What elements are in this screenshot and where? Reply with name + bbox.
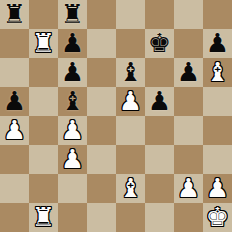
white-pawn: ♟ [3,117,26,143]
square-d2[interactable] [87,174,116,203]
square-h6[interactable]: ♝ [203,58,232,87]
square-d6[interactable] [87,58,116,87]
square-g7[interactable] [174,29,203,58]
black-rook: ♜ [61,1,84,27]
white-pawn: ♟ [177,175,200,201]
white-rook: ♜ [32,30,55,56]
black-pawn: ♟ [3,88,26,114]
square-g6[interactable]: ♟ [174,58,203,87]
square-b7[interactable]: ♜ [29,29,58,58]
white-king: ♚ [206,204,229,230]
black-pawn: ♟ [148,88,171,114]
black-king: ♚ [148,30,171,56]
square-e2[interactable]: ♝ [116,174,145,203]
square-f7[interactable]: ♚ [145,29,174,58]
square-f3[interactable] [145,145,174,174]
black-pawn: ♟ [206,30,229,56]
square-a5[interactable]: ♟ [0,87,29,116]
square-f5[interactable]: ♟ [145,87,174,116]
white-pawn: ♟ [61,117,84,143]
square-b5[interactable] [29,87,58,116]
square-f6[interactable] [145,58,174,87]
square-b8[interactable] [29,0,58,29]
black-pawn: ♟ [61,30,84,56]
square-b6[interactable] [29,58,58,87]
square-f2[interactable] [145,174,174,203]
square-g5[interactable] [174,87,203,116]
square-e5[interactable]: ♟ [116,87,145,116]
white-bishop: ♝ [119,175,142,201]
square-c3[interactable]: ♟ [58,145,87,174]
square-h3[interactable] [203,145,232,174]
chess-board: ♜♜♜♟♚♟♟♝♟♝♟♝♟♟♟♟♟♝♟♟♜♚ [0,0,232,232]
square-a7[interactable] [0,29,29,58]
square-a1[interactable] [0,203,29,232]
black-pawn: ♟ [177,59,200,85]
square-d7[interactable] [87,29,116,58]
white-pawn: ♟ [61,146,84,172]
black-bishop: ♝ [119,59,142,85]
square-c1[interactable] [58,203,87,232]
square-a2[interactable] [0,174,29,203]
square-a8[interactable]: ♜ [0,0,29,29]
square-h8[interactable] [203,0,232,29]
square-f8[interactable] [145,0,174,29]
white-bishop: ♝ [206,59,229,85]
square-c5[interactable]: ♝ [58,87,87,116]
square-h4[interactable] [203,116,232,145]
square-a4[interactable]: ♟ [0,116,29,145]
square-c7[interactable]: ♟ [58,29,87,58]
square-e3[interactable] [116,145,145,174]
square-f4[interactable] [145,116,174,145]
square-d1[interactable] [87,203,116,232]
square-c6[interactable]: ♟ [58,58,87,87]
white-pawn: ♟ [119,88,142,114]
square-e6[interactable]: ♝ [116,58,145,87]
square-c2[interactable] [58,174,87,203]
white-rook: ♜ [32,204,55,230]
square-b2[interactable] [29,174,58,203]
square-d4[interactable] [87,116,116,145]
square-g4[interactable] [174,116,203,145]
square-e7[interactable] [116,29,145,58]
square-b1[interactable]: ♜ [29,203,58,232]
square-c4[interactable]: ♟ [58,116,87,145]
square-g2[interactable]: ♟ [174,174,203,203]
square-d8[interactable] [87,0,116,29]
square-g3[interactable] [174,145,203,174]
square-h1[interactable]: ♚ [203,203,232,232]
square-b3[interactable] [29,145,58,174]
black-rook: ♜ [3,1,26,27]
square-g8[interactable] [174,0,203,29]
square-e8[interactable] [116,0,145,29]
black-bishop: ♝ [61,88,84,114]
square-f1[interactable] [145,203,174,232]
square-e4[interactable] [116,116,145,145]
square-h5[interactable] [203,87,232,116]
square-h7[interactable]: ♟ [203,29,232,58]
square-d5[interactable] [87,87,116,116]
square-b4[interactable] [29,116,58,145]
square-c8[interactable]: ♜ [58,0,87,29]
square-h2[interactable]: ♟ [203,174,232,203]
square-d3[interactable] [87,145,116,174]
square-e1[interactable] [116,203,145,232]
square-a6[interactable] [0,58,29,87]
square-g1[interactable] [174,203,203,232]
white-pawn: ♟ [206,175,229,201]
black-pawn: ♟ [61,59,84,85]
square-a3[interactable] [0,145,29,174]
